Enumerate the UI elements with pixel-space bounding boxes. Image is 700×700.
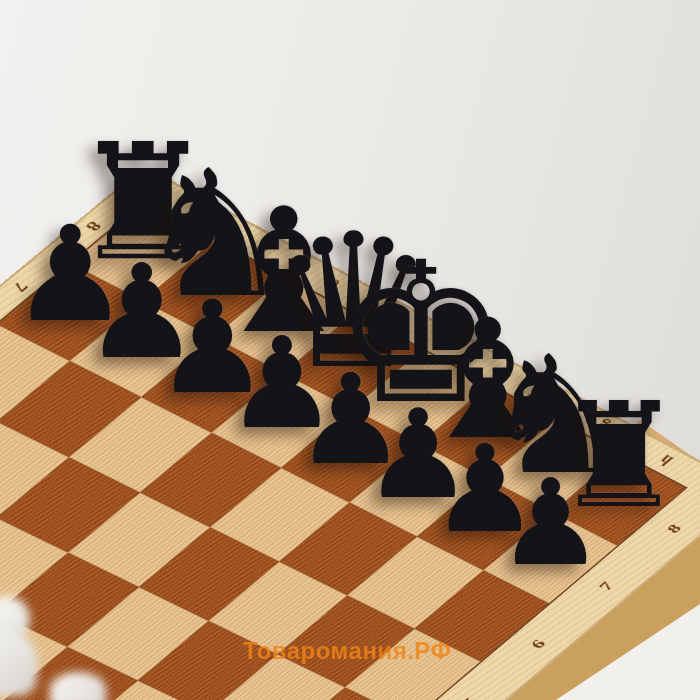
photo-stage: aabbccddeeffgghh8877665544332211 ♜♞♟♝♟♛♟… — [0, 0, 700, 700]
rank-label-right-5: 5 — [458, 695, 482, 700]
white-piece-blurred-2[interactable] — [50, 672, 106, 700]
watermark-text: Товаромания.РФ — [243, 637, 451, 665]
white-piece-blurred-1[interactable] — [0, 596, 37, 696]
white-piece-head — [50, 672, 106, 700]
black-pawn-h7[interactable]: ♟ — [497, 464, 604, 583]
rank-label-right-6: 6 — [527, 637, 550, 651]
white-piece-body — [0, 634, 37, 696]
